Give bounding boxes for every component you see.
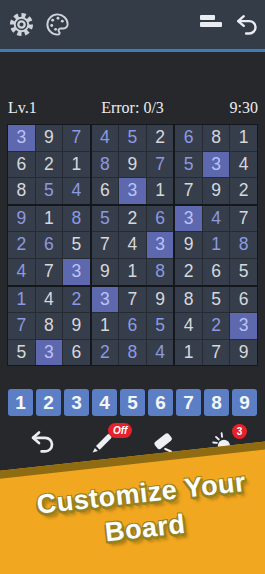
cell-r8c4[interactable]: 1 [92,313,119,339]
cell-r6c1[interactable]: 4 [8,259,35,285]
cell-r6c8[interactable]: 6 [203,259,230,285]
cell-r9c2[interactable]: 3 [36,340,63,366]
cell-r7c2[interactable]: 4 [36,287,63,313]
cell-r4c2[interactable]: 1 [36,206,63,232]
board-box-2: 452897631 [92,125,174,204]
cell-r6c5[interactable]: 1 [119,259,146,285]
board-box-3: 681534792 [175,125,257,204]
settings-gear-icon[interactable] [8,11,35,38]
cell-r5c5[interactable]: 4 [119,232,146,258]
cell-r3c8[interactable]: 9 [203,178,230,204]
cell-r6c7[interactable]: 2 [175,259,202,285]
cell-r8c8[interactable]: 2 [203,313,230,339]
sudoku-board: 3976218544528976316815347929182654735267… [7,124,258,366]
timer: 9:30 [230,99,258,117]
cell-r8c9[interactable]: 3 [230,313,257,339]
cell-r9c8[interactable]: 7 [203,340,230,366]
undo-button[interactable] [28,427,56,457]
cell-r8c7[interactable]: 4 [175,313,202,339]
undo-icon[interactable] [233,11,260,38]
cell-r8c2[interactable]: 8 [36,313,63,339]
cell-r7c1[interactable]: 1 [8,287,35,313]
cell-r2c1[interactable]: 6 [8,152,35,178]
numpad-4[interactable]: 4 [92,389,117,416]
board-box-6: 347918265 [175,206,257,285]
cell-r3c7[interactable]: 7 [175,178,202,204]
numpad-6[interactable]: 6 [148,389,173,416]
cell-r1c3[interactable]: 7 [63,125,90,151]
board-box-9: 856423179 [175,287,257,366]
cell-r5c8[interactable]: 1 [203,232,230,258]
cell-r9c4[interactable]: 2 [92,340,119,366]
cell-r3c9[interactable]: 2 [230,178,257,204]
cell-r4c7[interactable]: 3 [175,206,202,232]
cell-r4c4[interactable]: 5 [92,206,119,232]
number-pad: 123456789 [8,389,257,416]
cell-r1c8[interactable]: 8 [203,125,230,151]
cell-r5c9[interactable]: 8 [230,232,257,258]
cell-r1c1[interactable]: 3 [8,125,35,151]
cell-r3c4[interactable]: 6 [92,178,119,204]
cell-r2c9[interactable]: 4 [230,152,257,178]
cell-r7c9[interactable]: 6 [230,287,257,313]
cell-r5c4[interactable]: 7 [92,232,119,258]
cell-r4c3[interactable]: 8 [63,206,90,232]
cell-r3c3[interactable]: 4 [63,178,90,204]
cell-r8c6[interactable]: 5 [147,313,174,339]
cell-r2c7[interactable]: 5 [175,152,202,178]
cell-r8c1[interactable]: 7 [8,313,35,339]
board-box-8: 379165284 [92,287,174,366]
cell-r3c2[interactable]: 5 [36,178,63,204]
cell-r3c5[interactable]: 3 [119,178,146,204]
cell-r6c6[interactable]: 8 [147,259,174,285]
board-box-1: 397621854 [8,125,90,204]
cell-r3c6[interactable]: 1 [147,178,174,204]
cell-r1c5[interactable]: 5 [119,125,146,151]
numpad-3[interactable]: 3 [64,389,89,416]
cell-r9c3[interactable]: 6 [63,340,90,366]
board-box-7: 142789536 [8,287,90,366]
cell-r9c6[interactable]: 4 [147,340,174,366]
cell-r7c4[interactable]: 3 [92,287,119,313]
cell-r9c7[interactable]: 1 [175,340,202,366]
board-box-5: 526743918 [92,206,174,285]
cell-r4c1[interactable]: 9 [8,206,35,232]
cell-r2c6[interactable]: 7 [147,152,174,178]
accent-divider [0,49,265,52]
cell-r1c2[interactable]: 9 [36,125,63,151]
numpad-8[interactable]: 8 [204,389,229,416]
cell-r6c4[interactable]: 9 [92,259,119,285]
palette-icon[interactable] [44,11,71,38]
cell-r6c9[interactable]: 5 [230,259,257,285]
cell-r4c5[interactable]: 2 [119,206,146,232]
cell-r1c4[interactable]: 4 [92,125,119,151]
cell-r5c7[interactable]: 9 [175,232,202,258]
cell-r2c4[interactable]: 8 [92,152,119,178]
cell-r8c3[interactable]: 9 [63,313,90,339]
cell-r9c9[interactable]: 9 [230,340,257,366]
cell-r3c1[interactable]: 8 [8,178,35,204]
cell-r4c6[interactable]: 6 [147,206,174,232]
cell-r2c5[interactable]: 9 [119,152,146,178]
cell-r5c1[interactable]: 2 [8,232,35,258]
cell-r5c6[interactable]: 3 [147,232,174,258]
cell-r1c7[interactable]: 6 [175,125,202,151]
cell-r5c3[interactable]: 5 [63,232,90,258]
cell-r7c8[interactable]: 5 [203,287,230,313]
cell-r7c6[interactable]: 9 [147,287,174,313]
cell-r9c1[interactable]: 5 [8,340,35,366]
numpad-2[interactable]: 2 [36,389,61,416]
cell-r7c3[interactable]: 2 [63,287,90,313]
pencil-off-badge: Off [108,423,132,438]
numpad-9[interactable]: 9 [232,389,257,416]
hint-count-badge: 3 [232,424,247,439]
cell-r1c9[interactable]: 1 [230,125,257,151]
cell-r2c8[interactable]: 3 [203,152,230,178]
cell-r6c3[interactable]: 3 [63,259,90,285]
numpad-1[interactable]: 1 [8,389,33,416]
cell-r9c5[interactable]: 8 [119,340,146,366]
cell-r6c2[interactable]: 7 [36,259,63,285]
cell-r8c5[interactable]: 6 [119,313,146,339]
cell-r4c9[interactable]: 7 [230,206,257,232]
stats-bars-icon[interactable] [200,13,227,40]
numpad-5[interactable]: 5 [120,389,145,416]
status-header: Lv.1 Error: 0/3 9:30 [0,99,265,121]
board-box-4: 918265473 [8,206,90,285]
cell-r2c2[interactable]: 2 [36,152,63,178]
cell-r7c7[interactable]: 8 [175,287,202,313]
cell-r7c5[interactable]: 7 [119,287,146,313]
cell-r1c6[interactable]: 2 [147,125,174,151]
cell-r5c2[interactable]: 6 [36,232,63,258]
cell-r4c8[interactable]: 4 [203,206,230,232]
cell-r2c3[interactable]: 1 [63,152,90,178]
numpad-7[interactable]: 7 [176,389,201,416]
sudoku-app: Lv.1 Error: 0/3 9:30 3976218544528976316… [0,0,265,574]
pencil-button[interactable]: Off [88,427,116,457]
error-counter: Error: 0/3 [0,99,265,117]
